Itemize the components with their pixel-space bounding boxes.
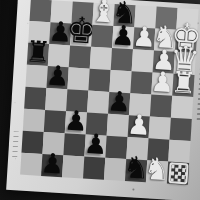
board-square-h8[interactable]: [30, 0, 52, 22]
board-square-c7[interactable]: [44, 110, 66, 133]
board-square-b5[interactable]: ♟: [84, 135, 106, 158]
board-square-d2[interactable]: [150, 94, 172, 117]
board-square-d7[interactable]: [45, 88, 67, 111]
board-square-a6[interactable]: [62, 155, 84, 178]
board-square-d1[interactable]: [171, 96, 193, 119]
board-square-e1[interactable]: ♜: [172, 74, 194, 97]
board-square-a7[interactable]: ♟: [41, 154, 63, 177]
board-square-b8[interactable]: [21, 131, 43, 154]
board-square-c8[interactable]: [23, 109, 45, 132]
board-square-a5[interactable]: [83, 156, 105, 179]
board-square-e5[interactable]: [88, 69, 110, 92]
black-pawn[interactable]: ♟: [45, 64, 70, 90]
board-square-g6[interactable]: ♚: [70, 23, 92, 46]
board-square-e7[interactable]: ♟: [46, 66, 68, 89]
black-pawn[interactable]: ♟: [40, 151, 65, 177]
speckle: [14, 102, 15, 103]
board-square-a8[interactable]: [20, 153, 42, 176]
board-square-f6[interactable]: [69, 45, 91, 68]
speckle: [15, 158, 16, 159]
board-square-f5[interactable]: [90, 47, 112, 70]
board-square-c1[interactable]: [170, 118, 192, 141]
white-rook[interactable]: ♜: [170, 69, 197, 98]
speckle: [132, 188, 134, 190]
black-pawn[interactable]: ♟: [83, 132, 108, 158]
speckle: [27, 23, 28, 24]
board-square-e3[interactable]: [130, 71, 152, 94]
board-square-e6[interactable]: [67, 67, 89, 90]
white-pawn[interactable]: ♟: [126, 113, 151, 139]
board-square-g4[interactable]: ♟: [112, 26, 134, 49]
board-square-d8[interactable]: [24, 87, 46, 110]
photo-scene: ♝♞♟♚♟♟♞♚♜♟♛♟♟♜♟♟♟♟♟♞♞: [0, 0, 200, 200]
board-square-f3[interactable]: [132, 49, 154, 72]
chess-board-mat: ♝♞♟♚♟♟♞♚♜♟♛♟♟♜♟♟♟♟♟♞♞: [6, 0, 200, 200]
board-square-b6[interactable]: [63, 133, 85, 156]
chess-board: ♝♞♟♚♟♟♞♚♜♟♛♟♟♜♟♟♟♟♟♞♞: [20, 0, 198, 185]
board-square-a2[interactable]: ♞: [146, 160, 168, 183]
board-square-a1[interactable]: [167, 162, 189, 185]
board-square-g5[interactable]: [91, 25, 113, 48]
board-square-d5[interactable]: [87, 91, 109, 114]
board-square-c2[interactable]: [149, 116, 171, 139]
checker-logo-icon: [168, 162, 188, 184]
board-square-b1[interactable]: [168, 140, 190, 163]
board-square-c3[interactable]: ♟: [128, 115, 150, 138]
board-square-f4[interactable]: [111, 48, 133, 71]
margin-marks: [12, 131, 19, 157]
